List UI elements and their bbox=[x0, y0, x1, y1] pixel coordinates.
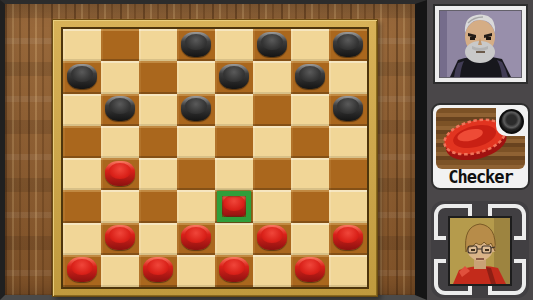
board-square[interactable] bbox=[291, 94, 329, 126]
red-piece[interactable] bbox=[105, 225, 135, 250]
board-square[interactable] bbox=[215, 29, 253, 61]
board-square[interactable] bbox=[291, 126, 329, 158]
opponent-portrait-frame bbox=[433, 4, 528, 84]
board-square[interactable] bbox=[101, 29, 139, 61]
black-ball-icon bbox=[499, 109, 524, 134]
old-man-portrait-icon bbox=[440, 11, 521, 77]
board-square[interactable] bbox=[101, 61, 139, 93]
board-square[interactable] bbox=[291, 29, 329, 61]
board-square[interactable] bbox=[329, 126, 367, 158]
board-square[interactable] bbox=[329, 61, 367, 93]
board-square[interactable] bbox=[101, 94, 139, 126]
board-square[interactable] bbox=[177, 190, 215, 222]
board-square[interactable] bbox=[215, 255, 253, 287]
board-square[interactable] bbox=[101, 190, 139, 222]
board-square[interactable] bbox=[177, 61, 215, 93]
board-square[interactable] bbox=[291, 158, 329, 190]
board-square[interactable] bbox=[63, 223, 101, 255]
black-piece[interactable] bbox=[181, 96, 211, 121]
board-square[interactable] bbox=[63, 94, 101, 126]
mode-label: Checker bbox=[433, 167, 528, 187]
board-square[interactable] bbox=[101, 223, 139, 255]
board-square[interactable] bbox=[139, 29, 177, 61]
board-square[interactable] bbox=[139, 223, 177, 255]
board-square[interactable] bbox=[63, 126, 101, 158]
board-square[interactable] bbox=[215, 126, 253, 158]
wood-table bbox=[0, 0, 427, 300]
board-square[interactable] bbox=[63, 255, 101, 287]
board-square[interactable] bbox=[329, 190, 367, 222]
player-portrait-frame[interactable] bbox=[431, 201, 529, 298]
board-square[interactable] bbox=[215, 94, 253, 126]
red-piece[interactable] bbox=[333, 225, 363, 250]
black-piece[interactable] bbox=[105, 96, 135, 121]
red-piece[interactable] bbox=[257, 225, 287, 250]
board-square[interactable] bbox=[253, 126, 291, 158]
red-piece[interactable] bbox=[181, 225, 211, 250]
board-square[interactable] bbox=[291, 61, 329, 93]
board-square[interactable] bbox=[253, 29, 291, 61]
young-man-portrait-icon bbox=[450, 218, 510, 284]
board-square[interactable] bbox=[101, 158, 139, 190]
board-square[interactable] bbox=[291, 255, 329, 287]
board-square[interactable] bbox=[63, 158, 101, 190]
black-piece[interactable] bbox=[333, 32, 363, 57]
board-square[interactable] bbox=[139, 158, 177, 190]
board-square[interactable] bbox=[139, 126, 177, 158]
board-square[interactable] bbox=[291, 223, 329, 255]
board-square[interactable] bbox=[139, 190, 177, 222]
red-piece[interactable] bbox=[219, 193, 249, 218]
board-square[interactable] bbox=[177, 126, 215, 158]
board-square[interactable] bbox=[253, 158, 291, 190]
board-square[interactable] bbox=[329, 94, 367, 126]
board-square[interactable] bbox=[139, 94, 177, 126]
board-square[interactable] bbox=[253, 94, 291, 126]
board-grid bbox=[63, 29, 367, 287]
checker-mode-card[interactable]: Checker bbox=[431, 103, 530, 190]
red-piece[interactable] bbox=[67, 257, 97, 282]
board-square[interactable] bbox=[253, 255, 291, 287]
board-square[interactable] bbox=[177, 158, 215, 190]
black-piece[interactable] bbox=[333, 96, 363, 121]
black-piece[interactable] bbox=[181, 32, 211, 57]
black-piece[interactable] bbox=[295, 64, 325, 89]
board-square[interactable] bbox=[177, 94, 215, 126]
board-square[interactable] bbox=[63, 190, 101, 222]
board-square[interactable] bbox=[329, 158, 367, 190]
board-square[interactable] bbox=[291, 190, 329, 222]
board-frame bbox=[52, 19, 378, 297]
board-square[interactable] bbox=[329, 255, 367, 287]
board-square[interactable] bbox=[139, 255, 177, 287]
board-square[interactable] bbox=[329, 223, 367, 255]
board-square[interactable] bbox=[63, 29, 101, 61]
board-square[interactable] bbox=[253, 190, 291, 222]
board-square[interactable] bbox=[101, 255, 139, 287]
board-square[interactable] bbox=[215, 158, 253, 190]
board-square[interactable] bbox=[177, 29, 215, 61]
game-screen: Checker bbox=[0, 0, 533, 300]
player-avatar bbox=[448, 216, 512, 286]
red-piece[interactable] bbox=[105, 161, 135, 186]
board-square[interactable] bbox=[329, 29, 367, 61]
indicator-notch bbox=[496, 106, 527, 136]
board-square[interactable] bbox=[177, 255, 215, 287]
board-square[interactable] bbox=[177, 223, 215, 255]
board-square[interactable] bbox=[253, 61, 291, 93]
board-square[interactable] bbox=[139, 61, 177, 93]
board-square[interactable] bbox=[215, 61, 253, 93]
red-piece[interactable] bbox=[219, 257, 249, 282]
black-piece[interactable] bbox=[257, 32, 287, 57]
board-square[interactable] bbox=[215, 223, 253, 255]
black-piece[interactable] bbox=[219, 64, 249, 89]
red-piece[interactable] bbox=[295, 257, 325, 282]
red-piece[interactable] bbox=[143, 257, 173, 282]
black-piece[interactable] bbox=[67, 64, 97, 89]
opponent-avatar bbox=[439, 10, 522, 78]
board-square[interactable] bbox=[215, 190, 253, 222]
board-square[interactable] bbox=[253, 223, 291, 255]
board-square[interactable] bbox=[63, 61, 101, 93]
sidebar: Checker bbox=[427, 0, 533, 300]
board-square[interactable] bbox=[101, 126, 139, 158]
